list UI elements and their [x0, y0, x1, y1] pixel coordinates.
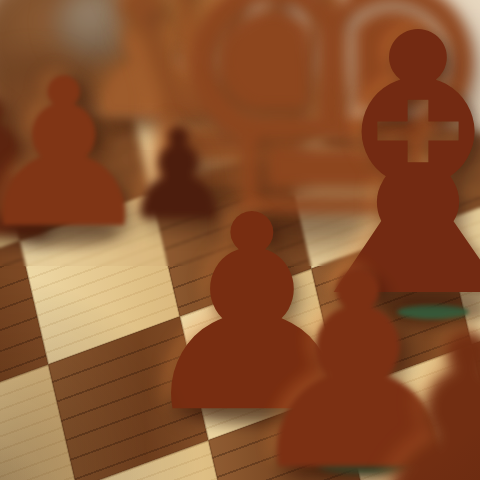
- pawn-bottom-right[interactable]: ♟: [347, 300, 480, 480]
- chess-photo-scene: ♟♛♚♟♝♟♟♟♟♟: [0, 0, 480, 480]
